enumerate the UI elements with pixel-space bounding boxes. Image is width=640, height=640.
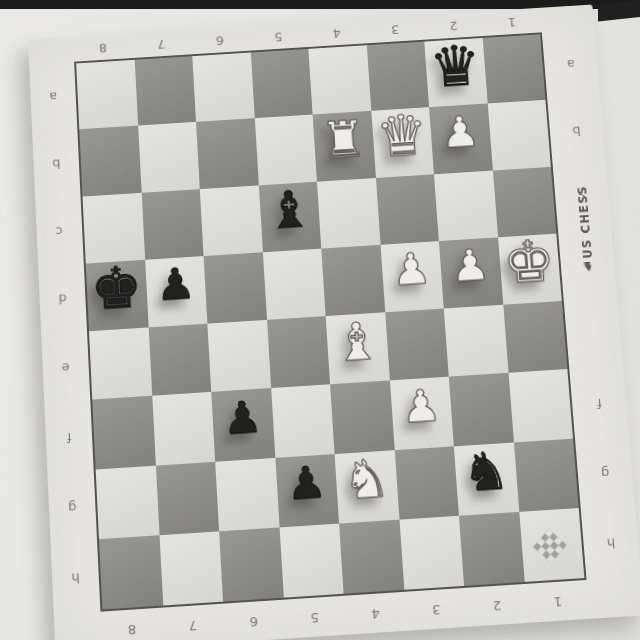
square-h7[interactable] — [159, 531, 223, 605]
file-label-g: g — [66, 471, 78, 542]
piece-white-king-d1[interactable]: ♚ — [501, 232, 557, 292]
file-label-f: f — [594, 368, 604, 438]
rank-label-1: 1 — [527, 592, 589, 611]
piece-white-rook-b4[interactable]: ♜ — [319, 113, 368, 166]
file-label-blank — [591, 299, 597, 368]
square-d2[interactable]: ♟ — [439, 237, 503, 308]
file-label-b: b — [570, 97, 584, 164]
rank-label-5: 5 — [249, 28, 308, 46]
square-b7[interactable] — [138, 122, 200, 192]
piece-black-queen-a2[interactable]: ♛ — [428, 37, 483, 95]
square-f3[interactable]: ♟ — [389, 377, 453, 450]
square-a3[interactable] — [366, 42, 429, 111]
piece-black-pawn-f6[interactable]: ♟ — [222, 395, 264, 441]
square-a1[interactable] — [482, 34, 545, 103]
square-d3[interactable]: ♟ — [380, 241, 444, 312]
square-b4[interactable]: ♜ — [313, 111, 376, 181]
square-c3[interactable] — [375, 174, 438, 245]
square-b5[interactable] — [254, 115, 317, 185]
square-h1[interactable] — [519, 508, 585, 582]
rank-label-5: 5 — [284, 608, 346, 627]
square-g5[interactable]: ♟ — [275, 454, 339, 528]
square-d4[interactable] — [321, 245, 384, 317]
square-g7[interactable] — [155, 461, 219, 535]
piece-white-pawn-d2[interactable]: ♟ — [449, 243, 491, 288]
rank-label-1: 1 — [482, 13, 541, 31]
rank-label-8: 8 — [101, 619, 163, 638]
square-e6[interactable] — [207, 320, 270, 392]
square-f5[interactable] — [271, 384, 335, 457]
file-label-h: h — [70, 542, 82, 614]
table-edge-corner — [598, 0, 640, 21]
piece-black-pawn-d7[interactable]: ♟ — [155, 262, 196, 308]
rank-label-2: 2 — [466, 596, 528, 615]
rank-label-6: 6 — [223, 612, 285, 631]
square-g1[interactable] — [513, 438, 578, 511]
square-h8[interactable] — [99, 535, 163, 609]
square-h6[interactable] — [219, 527, 283, 601]
rank-label-6: 6 — [190, 31, 249, 49]
rank-label-7: 7 — [162, 616, 224, 635]
file-label-h: h — [604, 507, 618, 578]
square-g2[interactable]: ♞ — [454, 442, 519, 516]
square-d5[interactable] — [262, 248, 325, 320]
square-b6[interactable] — [196, 118, 258, 188]
square-c4[interactable] — [317, 178, 380, 249]
square-f6[interactable]: ♟ — [211, 388, 275, 461]
piece-white-pawn-f3[interactable]: ♟ — [400, 383, 443, 429]
square-h3[interactable] — [399, 516, 464, 590]
square-c2[interactable] — [434, 170, 498, 241]
square-f1[interactable] — [508, 369, 573, 442]
square-a6[interactable] — [192, 53, 254, 123]
chess-board-mat: 87654321 abcdefgh ♛♜♛♟♝♚♟♟♟♚♝♟♟♟♞♞ ♞US C… — [28, 5, 640, 640]
square-e3[interactable] — [385, 309, 449, 381]
square-e8[interactable] — [89, 327, 152, 399]
square-b8[interactable] — [79, 126, 141, 196]
file-label-a: a — [564, 30, 577, 97]
square-d8[interactable]: ♚ — [86, 260, 148, 332]
piece-black-king-d8[interactable]: ♚ — [89, 258, 143, 318]
square-h2[interactable] — [459, 512, 524, 586]
file-label-c: c — [54, 196, 64, 264]
rank-label-8: 8 — [73, 39, 132, 57]
rank-label-4: 4 — [345, 604, 407, 623]
file-label-a: a — [48, 63, 59, 130]
square-g8[interactable] — [96, 465, 159, 539]
square-b2[interactable]: ♟ — [429, 104, 492, 174]
square-h5[interactable] — [279, 523, 344, 597]
square-e7[interactable] — [148, 324, 211, 396]
square-h4[interactable] — [339, 519, 404, 593]
piece-white-pawn-b2[interactable]: ♟ — [439, 110, 481, 155]
square-a8[interactable] — [76, 60, 138, 130]
mat-grid: 87654321 abcdefgh ♛♜♛♟♝♚♟♟♟♚♝♟♟♟♞♞ ♞US C… — [28, 5, 640, 640]
square-a5[interactable] — [250, 49, 312, 119]
photo-frame: 87654321 abcdefgh ♛♜♛♟♝♚♟♟♟♚♝♟♟♟♞♞ ♞US C… — [0, 0, 640, 640]
square-c5[interactable]: ♝ — [258, 181, 321, 252]
square-e5[interactable] — [267, 316, 331, 388]
square-c8[interactable] — [83, 192, 145, 263]
piece-black-bishop-c5[interactable]: ♝ — [265, 183, 314, 236]
file-label-e: e — [60, 333, 71, 403]
chess-board: ♛♜♛♟♝♚♟♟♟♚♝♟♟♟♞♞ — [74, 32, 586, 611]
file-label-d: d — [57, 264, 68, 333]
square-f2[interactable] — [449, 373, 514, 446]
file-label-g: g — [598, 437, 612, 508]
square-e4[interactable]: ♝ — [326, 312, 390, 384]
square-f7[interactable] — [152, 392, 215, 465]
file-label-f: f — [65, 402, 73, 472]
square-d6[interactable] — [204, 252, 267, 324]
rank-label-4: 4 — [307, 24, 366, 42]
square-a2[interactable]: ♛ — [424, 38, 487, 107]
uschess-diamond-logo — [533, 529, 567, 563]
brand-knight-icon: ♞ — [580, 258, 596, 274]
file-label-b: b — [51, 129, 62, 197]
square-f8[interactable] — [92, 396, 155, 469]
square-e2[interactable] — [444, 305, 508, 377]
square-a4[interactable] — [308, 45, 371, 114]
square-c6[interactable] — [200, 185, 263, 256]
piece-white-knight-g4[interactable]: ♞ — [341, 452, 391, 507]
square-g6[interactable] — [215, 457, 279, 531]
square-g3[interactable] — [394, 446, 459, 520]
square-d7[interactable]: ♟ — [145, 256, 208, 328]
square-c1[interactable] — [492, 166, 556, 237]
square-d1[interactable]: ♚ — [498, 233, 562, 304]
piece-white-queen-b3[interactable]: ♛ — [374, 106, 429, 165]
square-b3[interactable]: ♛ — [371, 107, 434, 177]
rank-label-3: 3 — [405, 600, 467, 619]
rank-label-3: 3 — [365, 20, 424, 38]
square-b1[interactable] — [487, 100, 551, 170]
square-c7[interactable] — [141, 189, 203, 260]
square-e1[interactable] — [503, 301, 568, 373]
rank-label-7: 7 — [132, 35, 191, 53]
square-f4[interactable] — [330, 381, 394, 454]
piece-white-bishop-e4[interactable]: ♝ — [332, 314, 382, 368]
piece-black-knight-g2[interactable]: ♞ — [460, 444, 511, 499]
square-a7[interactable] — [134, 56, 196, 126]
piece-white-pawn-d3[interactable]: ♟ — [390, 247, 432, 292]
square-g4[interactable]: ♞ — [335, 450, 399, 524]
piece-black-pawn-g5[interactable]: ♟ — [285, 460, 327, 507]
